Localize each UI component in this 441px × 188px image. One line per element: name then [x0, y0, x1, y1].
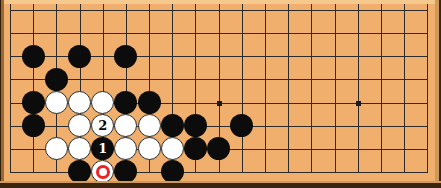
grid-line-vertical	[427, 4, 428, 173]
stone-white	[68, 91, 91, 114]
grid-line-vertical	[335, 4, 336, 173]
stone-white	[91, 91, 114, 114]
grid-line-vertical	[265, 4, 266, 173]
move-number-label: 2	[98, 119, 107, 132]
stone-black	[207, 137, 230, 160]
circle-mark-icon	[96, 165, 110, 179]
grid-line-vertical	[10, 4, 11, 173]
hoshi-point	[217, 101, 222, 106]
stone-black-numbered: 1	[91, 137, 114, 160]
board-frame-top	[0, 0, 441, 4]
stone-black	[230, 114, 253, 137]
grid-line-vertical	[358, 4, 359, 173]
go-board-diagram: 21	[0, 0, 441, 188]
stone-white	[161, 137, 184, 160]
grid-line-vertical	[381, 4, 382, 173]
stone-black	[22, 45, 45, 68]
stone-white	[68, 137, 91, 160]
grid-line-vertical	[33, 4, 34, 173]
stone-black	[45, 68, 68, 91]
stone-white	[114, 114, 137, 137]
stone-black	[138, 91, 161, 114]
stone-black	[184, 137, 207, 160]
stone-black	[114, 91, 137, 114]
grid-line-vertical	[404, 4, 405, 173]
hoshi-point	[356, 101, 361, 106]
stone-black	[161, 114, 184, 137]
board-frame-right	[435, 0, 441, 188]
stone-white	[138, 114, 161, 137]
board-frame-bottom	[0, 181, 441, 188]
grid-line-vertical	[288, 4, 289, 173]
stone-black	[22, 114, 45, 137]
board-frame-left	[0, 0, 4, 188]
stone-white	[114, 137, 137, 160]
stone-white	[138, 137, 161, 160]
stone-white	[45, 91, 68, 114]
grid-line-vertical	[311, 4, 312, 173]
stone-white-numbered: 2	[91, 114, 114, 137]
stone-white	[68, 114, 91, 137]
stone-black	[184, 114, 207, 137]
move-number-label: 1	[98, 142, 107, 155]
stone-black	[22, 91, 45, 114]
stone-black	[68, 45, 91, 68]
grid-line-vertical	[242, 4, 243, 173]
stone-white	[45, 137, 68, 160]
stone-black	[114, 45, 137, 68]
